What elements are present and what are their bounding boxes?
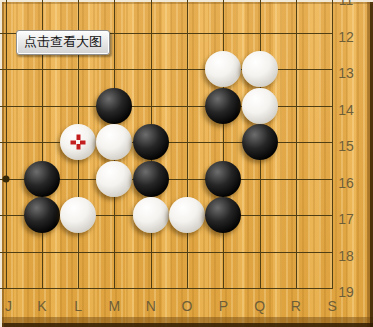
row-label-18: 18	[338, 249, 354, 263]
grid-column-O	[187, 0, 188, 289]
stone-white-O17	[169, 197, 205, 233]
row-label-17: 17	[338, 212, 354, 226]
grid-column-J	[6, 0, 7, 289]
row-label-19: 19	[338, 285, 354, 299]
stone-white-M15	[96, 124, 132, 160]
stone-black-N16	[133, 161, 169, 197]
row-label-15: 15	[338, 139, 354, 153]
grid-column-S	[332, 0, 333, 289]
stone-black-P16	[205, 161, 241, 197]
stone-black-K16	[24, 161, 60, 197]
column-label-R: R	[291, 299, 301, 313]
stone-white-P13	[205, 51, 241, 87]
last-move-marker	[71, 135, 86, 150]
column-label-K: K	[37, 299, 46, 313]
stone-white-M16	[96, 161, 132, 197]
column-label-O: O	[182, 299, 193, 313]
grid-row-13	[0, 69, 333, 70]
row-label-14: 14	[338, 103, 354, 117]
column-label-M: M	[109, 299, 121, 313]
stone-black-P14	[205, 88, 241, 124]
stone-black-P17	[205, 197, 241, 233]
grid-row-18	[0, 252, 333, 253]
star-point-J16	[2, 175, 9, 182]
grid-column-P	[223, 0, 224, 289]
row-label-16: 16	[338, 176, 354, 190]
grid-column-R	[296, 0, 297, 289]
stone-black-Q15	[242, 124, 278, 160]
stone-white-Q14	[242, 88, 278, 124]
stone-white-Q13	[242, 51, 278, 87]
column-label-Q: Q	[254, 299, 265, 313]
stone-white-L17	[60, 197, 96, 233]
grid-row-14	[0, 106, 333, 107]
column-label-S: S	[328, 299, 337, 313]
stone-black-M14	[96, 88, 132, 124]
column-label-N: N	[146, 299, 156, 313]
stone-white-L15	[60, 124, 96, 160]
stone-black-N15	[133, 124, 169, 160]
row-label-11: 11	[339, 0, 354, 7]
column-label-J: J	[5, 299, 12, 313]
grid-row-19	[0, 288, 333, 289]
go-board-image[interactable]: JKLMNOPQRS111213141516171819 点击查看大图	[0, 0, 373, 327]
column-label-L: L	[74, 299, 82, 313]
tooltip: 点击查看大图	[16, 30, 110, 55]
row-label-13: 13	[338, 66, 354, 80]
row-label-12: 12	[338, 30, 354, 44]
stone-white-N17	[133, 197, 169, 233]
column-label-P: P	[219, 299, 228, 313]
stone-black-K17	[24, 197, 60, 233]
